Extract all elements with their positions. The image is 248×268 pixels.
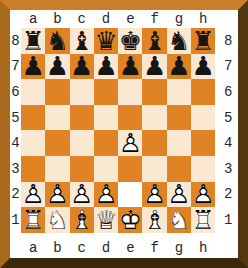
square-h3[interactable]: [191, 156, 215, 182]
piece-white-rook: ♜♖: [191, 207, 215, 233]
square-a2[interactable]: ♟♙: [21, 182, 45, 208]
rank-label-2: 2: [10, 182, 21, 208]
square-c8[interactable]: ♝: [70, 28, 94, 54]
piece-black-pawn: ♟: [21, 54, 45, 80]
square-h2[interactable]: ♟♙: [191, 182, 215, 208]
square-d3[interactable]: [94, 156, 118, 182]
square-a3[interactable]: [21, 156, 45, 182]
piece-white-pawn: ♟♙: [142, 182, 166, 208]
rank-label-7: 7: [218, 54, 238, 80]
square-f4[interactable]: [142, 130, 166, 156]
rank-label-5: 5: [10, 105, 21, 131]
square-h7[interactable]: ♟: [191, 54, 215, 80]
piece-white-pawn: ♟♙: [70, 182, 94, 208]
file-label-d: d: [94, 239, 118, 258]
square-e1[interactable]: ♚♔: [118, 207, 142, 233]
square-b3[interactable]: [45, 156, 69, 182]
square-g7[interactable]: ♟: [167, 54, 191, 80]
piece-white-pawn: ♟♙: [167, 182, 191, 208]
rank-label-5: 5: [218, 105, 238, 131]
piece-black-pawn: ♟: [45, 54, 69, 80]
rank-label-3: 3: [10, 156, 21, 182]
square-f5[interactable]: [142, 105, 166, 131]
piece-black-bishop: ♝: [70, 28, 94, 54]
square-h5[interactable]: [191, 105, 215, 131]
square-h1[interactable]: ♜♖: [191, 207, 215, 233]
piece-black-knight: ♞: [45, 28, 69, 54]
piece-black-king: ♚: [118, 28, 142, 54]
square-f3[interactable]: [142, 156, 166, 182]
square-d2[interactable]: ♟♙: [94, 182, 118, 208]
square-g4[interactable]: [167, 130, 191, 156]
square-b6[interactable]: [45, 79, 69, 105]
square-g8[interactable]: ♞: [167, 28, 191, 54]
square-f1[interactable]: ♝♗: [142, 207, 166, 233]
rank-label-6: 6: [10, 79, 21, 105]
square-d8[interactable]: ♛: [94, 28, 118, 54]
rank-label-6: 6: [218, 79, 238, 105]
board-frame: abcdefgh 87654321 ♜♞♝♛♚♝♞♜♟♟♟♟♟♟♟♟♟♙♟♙♟♙…: [0, 0, 248, 268]
file-labels-bottom: abcdefgh: [21, 233, 215, 258]
chess-board: ♜♞♝♛♚♝♞♜♟♟♟♟♟♟♟♟♟♙♟♙♟♙♟♙♟♙♟♙♟♙♟♙♜♖♞♘♝♗♛♕…: [21, 28, 215, 233]
square-e6[interactable]: [118, 79, 142, 105]
piece-white-knight: ♞♘: [45, 207, 69, 233]
square-c1[interactable]: ♝♗: [70, 207, 94, 233]
rank-label-8: 8: [10, 28, 21, 54]
piece-white-bishop: ♝♗: [142, 207, 166, 233]
square-a4[interactable]: [21, 130, 45, 156]
square-f2[interactable]: ♟♙: [142, 182, 166, 208]
board-inner: abcdefgh 87654321 ♜♞♝♛♚♝♞♜♟♟♟♟♟♟♟♟♟♙♟♙♟♙…: [10, 10, 238, 258]
rank-label-8: 8: [218, 28, 238, 54]
square-f6[interactable]: [142, 79, 166, 105]
square-d1[interactable]: ♛♕: [94, 207, 118, 233]
square-b5[interactable]: [45, 105, 69, 131]
square-c5[interactable]: [70, 105, 94, 131]
square-d4[interactable]: [94, 130, 118, 156]
square-c7[interactable]: ♟: [70, 54, 94, 80]
square-a8[interactable]: ♜: [21, 28, 45, 54]
rank-label-4: 4: [218, 130, 238, 156]
rank-labels-left: 87654321: [10, 28, 21, 233]
square-g2[interactable]: ♟♙: [167, 182, 191, 208]
piece-black-queen: ♛: [94, 28, 118, 54]
square-e2[interactable]: [118, 182, 142, 208]
square-c6[interactable]: [70, 79, 94, 105]
square-h4[interactable]: [191, 130, 215, 156]
square-g5[interactable]: [167, 105, 191, 131]
piece-white-bishop: ♝♗: [70, 207, 94, 233]
piece-black-rook: ♜: [21, 28, 45, 54]
file-label-e: e: [118, 239, 142, 258]
file-label-b: b: [45, 239, 69, 258]
file-label-h: h: [191, 239, 215, 258]
square-g3[interactable]: [167, 156, 191, 182]
rank-label-3: 3: [218, 156, 238, 182]
square-c3[interactable]: [70, 156, 94, 182]
square-e4[interactable]: ♟♙: [118, 130, 142, 156]
square-g6[interactable]: [167, 79, 191, 105]
piece-white-knight: ♞♘: [167, 207, 191, 233]
file-label-c: c: [70, 239, 94, 258]
square-h6[interactable]: [191, 79, 215, 105]
square-c2[interactable]: ♟♙: [70, 182, 94, 208]
file-label-a: a: [21, 239, 45, 258]
square-b1[interactable]: ♞♘: [45, 207, 69, 233]
piece-white-king: ♚♔: [118, 207, 142, 233]
piece-black-pawn: ♟: [118, 54, 142, 80]
rank-label-1: 1: [218, 207, 238, 233]
square-b8[interactable]: ♞: [45, 28, 69, 54]
square-b2[interactable]: ♟♙: [45, 182, 69, 208]
rank-label-2: 2: [218, 182, 238, 208]
square-e3[interactable]: [118, 156, 142, 182]
square-a5[interactable]: [21, 105, 45, 131]
rank-label-1: 1: [10, 207, 21, 233]
piece-white-pawn: ♟♙: [191, 182, 215, 208]
rank-labels-right: 87654321: [215, 28, 238, 233]
square-a6[interactable]: [21, 79, 45, 105]
file-label-g: g: [167, 239, 191, 258]
piece-black-pawn: ♟: [191, 54, 215, 80]
piece-black-pawn: ♟: [94, 54, 118, 80]
square-a1[interactable]: ♜♖: [21, 207, 45, 233]
piece-black-bishop: ♝: [142, 28, 166, 54]
piece-white-pawn: ♟♙: [118, 130, 142, 156]
piece-white-queen: ♛♕: [94, 207, 118, 233]
piece-black-pawn: ♟: [167, 54, 191, 80]
square-c4[interactable]: [70, 130, 94, 156]
piece-white-rook: ♜♖: [21, 207, 45, 233]
square-d7[interactable]: ♟: [94, 54, 118, 80]
piece-white-pawn: ♟♙: [94, 182, 118, 208]
piece-black-knight: ♞: [167, 28, 191, 54]
piece-black-pawn: ♟: [142, 54, 166, 80]
square-e7[interactable]: ♟: [118, 54, 142, 80]
square-b7[interactable]: ♟: [45, 54, 69, 80]
piece-black-rook: ♜: [191, 28, 215, 54]
square-h8[interactable]: ♜: [191, 28, 215, 54]
square-g1[interactable]: ♞♘: [167, 207, 191, 233]
square-e8[interactable]: ♚: [118, 28, 142, 54]
square-b4[interactable]: [45, 130, 69, 156]
square-a7[interactable]: ♟: [21, 54, 45, 80]
square-d6[interactable]: [94, 79, 118, 105]
square-f7[interactable]: ♟: [142, 54, 166, 80]
file-label-f: f: [142, 239, 166, 258]
square-e5[interactable]: [118, 105, 142, 131]
rank-label-7: 7: [10, 54, 21, 80]
piece-black-pawn: ♟: [70, 54, 94, 80]
square-d5[interactable]: [94, 105, 118, 131]
rank-label-4: 4: [10, 130, 21, 156]
square-f8[interactable]: ♝: [142, 28, 166, 54]
piece-white-pawn: ♟♙: [45, 182, 69, 208]
piece-white-pawn: ♟♙: [21, 182, 45, 208]
